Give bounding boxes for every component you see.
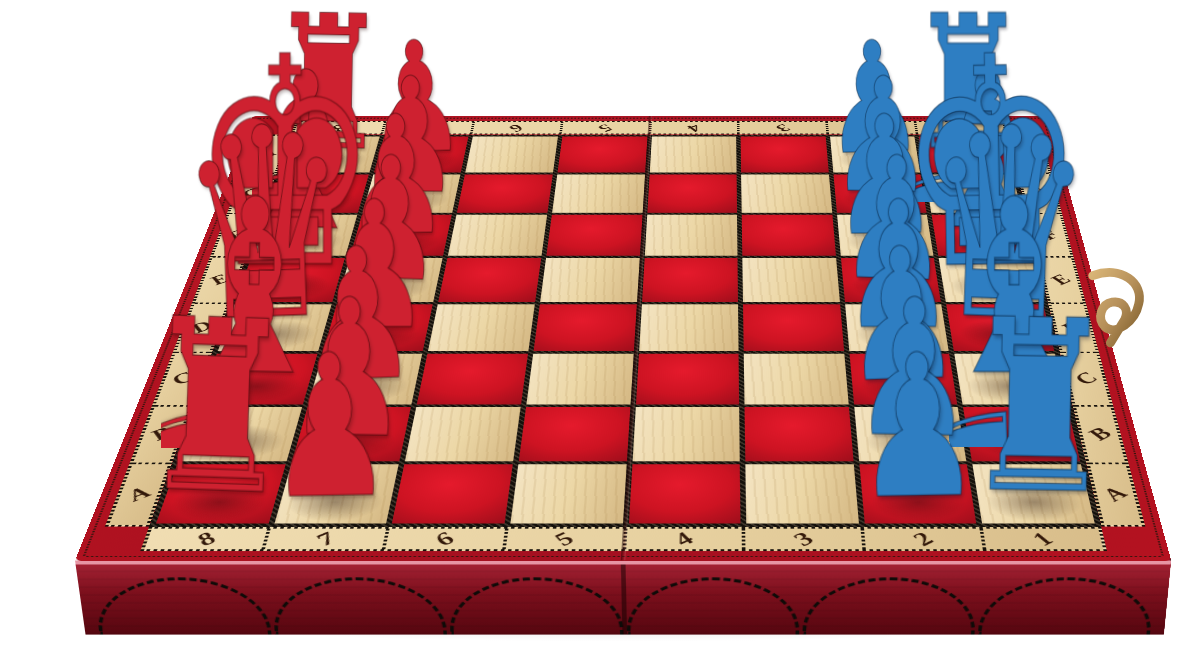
scallop-arc — [92, 577, 272, 635]
square-a5[interactable] — [510, 465, 626, 524]
scallop-arc — [447, 577, 623, 635]
piece-red-pawn-a7[interactable]: ♟ — [240, 335, 419, 519]
square-e5[interactable] — [540, 258, 639, 302]
board-squares: ♜♟♟♜♞♟♟♞♝♟♟♝♚♟♟♚♛♟♟♛♝♟♟♝♞♟♟♞♜♟♟♜ — [149, 135, 1101, 527]
label-text: 8 — [190, 528, 222, 549]
square-b5[interactable] — [519, 407, 630, 462]
label-text: 7 — [309, 528, 342, 549]
square-e4[interactable] — [642, 258, 739, 302]
label-text: 6 — [428, 528, 462, 549]
square-a2[interactable]: ♟ — [859, 465, 977, 524]
label-text: 2 — [905, 528, 942, 549]
rank-label-3: 3 — [742, 529, 863, 550]
rank-label-7: 7 — [261, 529, 386, 550]
square-d5[interactable] — [533, 304, 636, 351]
label-text: 3 — [770, 122, 797, 134]
label-text: 5 — [593, 122, 619, 134]
rank-label-8: 8 — [144, 529, 267, 550]
label-text: 5 — [547, 528, 582, 549]
scallop-arc — [625, 577, 799, 635]
square-a4[interactable] — [628, 465, 740, 524]
rank-label-5: 5 — [559, 122, 649, 133]
label-text: 4 — [667, 528, 702, 549]
pawn-glyph: ♟ — [265, 335, 395, 518]
label-text: 1 — [1024, 528, 1061, 549]
rank-label-5: 5 — [502, 529, 624, 550]
square-h5[interactable] — [557, 136, 647, 172]
box-front-face — [75, 561, 1171, 635]
pawn-glyph: ♟ — [853, 335, 983, 518]
perspective-scene: 87654321 87654321 HGFEDCBA HGFEDCBA ♜♟♟♜… — [0, 0, 1200, 649]
square-c4[interactable] — [635, 354, 739, 405]
rank-label-2: 2 — [861, 529, 983, 550]
label-text: 6 — [504, 122, 529, 134]
square-g4[interactable] — [647, 174, 737, 212]
rank-label-6: 6 — [381, 529, 504, 550]
square-d4[interactable] — [639, 304, 739, 351]
square-g5[interactable] — [552, 174, 645, 212]
label-text: 4 — [681, 122, 707, 134]
chess-board: 87654321 87654321 HGFEDCBA HGFEDCBA ♜♟♟♜… — [75, 116, 1171, 560]
square-f5[interactable] — [546, 215, 642, 256]
square-c5[interactable] — [526, 354, 633, 405]
rank-label-1: 1 — [980, 529, 1104, 550]
piece-blue-pawn-a2[interactable]: ♟ — [828, 335, 1007, 519]
square-a7[interactable]: ♟ — [274, 465, 399, 524]
label-text: 3 — [786, 528, 822, 549]
scallop-arc — [802, 577, 977, 635]
fold-seam-front — [621, 564, 627, 634]
square-f4[interactable] — [644, 215, 737, 256]
scallop-arc — [269, 577, 447, 635]
rank-label-4: 4 — [622, 529, 742, 550]
brass-clasp-icon — [1085, 258, 1157, 350]
square-h4[interactable] — [649, 136, 736, 172]
chess-set-photo: 87654321 87654321 HGFEDCBA HGFEDCBA ♜♟♟♜… — [0, 0, 1200, 649]
rank-label-4: 4 — [648, 122, 737, 133]
scallop-arc — [978, 577, 1156, 635]
square-b4[interactable] — [632, 407, 740, 462]
